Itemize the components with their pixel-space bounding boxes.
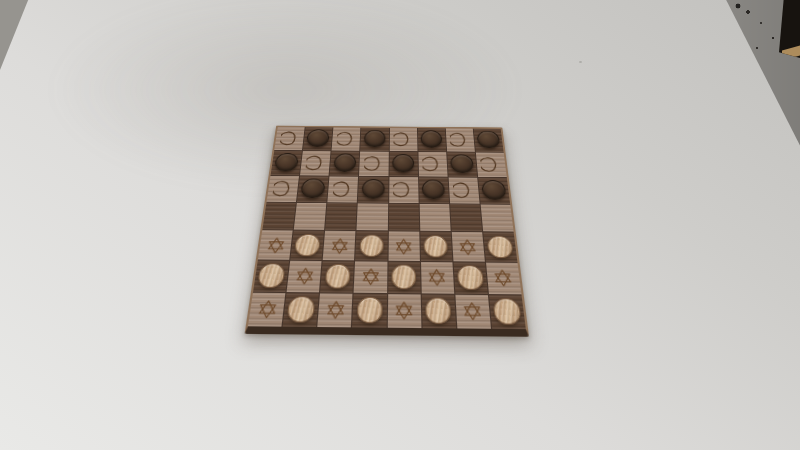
board-square-r5c3[interactable] [323, 231, 356, 261]
photo-scene [0, 0, 800, 450]
board-square-r2c5[interactable] [389, 152, 418, 177]
six-pointed-star-etching [392, 298, 416, 323]
crescent-moon-etching [480, 155, 502, 173]
board-square-r5c8[interactable] [483, 233, 517, 263]
board-square-r6c6[interactable] [421, 262, 454, 294]
floor-corner-left [0, 0, 32, 70]
crescent-moon-etching [393, 131, 412, 148]
board-square-r2c2[interactable] [300, 151, 331, 176]
six-pointed-star-etching [491, 267, 516, 290]
board-square-r7c5[interactable] [387, 294, 421, 328]
board-square-r4c5[interactable] [388, 203, 419, 231]
crescent-moon-etching [305, 154, 327, 172]
board-square-r1c5[interactable] [389, 128, 417, 151]
board-square-r5c4[interactable] [355, 231, 387, 261]
board-square-r6c8[interactable] [486, 263, 522, 295]
board-square-r4c3[interactable] [325, 203, 357, 231]
six-pointed-star-etching [328, 235, 351, 257]
board-grid [248, 127, 526, 329]
crescent-moon-etching [364, 154, 384, 172]
dark-checker-piece[interactable] [450, 154, 473, 173]
dark-checker-piece[interactable] [392, 154, 414, 173]
six-pointed-star-etching [323, 298, 348, 323]
crescent-moon-etching [450, 131, 471, 148]
crescent-moon-etching [393, 180, 414, 199]
checkers-board [245, 126, 530, 337]
dust-speck [579, 61, 582, 63]
crescent-moon-etching [422, 155, 443, 173]
board-square-r2c6[interactable] [418, 152, 447, 177]
dark-checker-piece[interactable] [301, 178, 326, 198]
dark-checker-piece[interactable] [306, 129, 329, 147]
dark-checker-piece[interactable] [422, 179, 445, 199]
dark-checker-piece[interactable] [362, 179, 385, 199]
board-square-r3c1[interactable] [267, 176, 300, 202]
board-square-r7c8[interactable] [489, 295, 526, 329]
board-square-r6c1[interactable] [253, 261, 289, 293]
crescent-moon-etching [272, 179, 295, 198]
board-square-r2c7[interactable] [447, 152, 477, 177]
light-checker-piece[interactable] [487, 235, 514, 257]
board-square-r2c1[interactable] [271, 151, 302, 175]
six-pointed-star-etching [263, 234, 288, 256]
board-square-r7c4[interactable] [352, 294, 386, 328]
light-checker-piece[interactable] [287, 296, 315, 322]
floor-corner-right [620, 0, 800, 150]
six-pointed-star-etching [425, 266, 448, 289]
board-square-r4c7[interactable] [450, 204, 482, 232]
board-square-r6c2[interactable] [287, 261, 322, 293]
light-checker-piece[interactable] [356, 297, 383, 323]
board-square-r3c2[interactable] [297, 176, 329, 202]
board-square-r3c3[interactable] [328, 176, 359, 202]
board-square-r3c4[interactable] [358, 176, 388, 202]
six-pointed-star-etching [460, 299, 485, 324]
board-square-r5c2[interactable] [290, 231, 324, 261]
light-checker-piece[interactable] [391, 265, 416, 289]
crescent-moon-etching [332, 179, 354, 198]
board-square-r7c7[interactable] [455, 295, 491, 329]
board-square-r1c8[interactable] [474, 129, 504, 152]
board-square-r5c1[interactable] [258, 231, 293, 261]
board-square-r3c6[interactable] [419, 177, 449, 203]
book-pages-edge [782, 45, 800, 60]
dark-checker-piece[interactable] [421, 130, 443, 148]
dark-checker-piece[interactable] [333, 153, 356, 172]
board-square-r5c6[interactable] [420, 232, 452, 262]
board-square-r7c3[interactable] [318, 294, 353, 328]
six-pointed-star-etching [456, 236, 479, 258]
board-square-r4c4[interactable] [357, 203, 388, 231]
board-square-r1c2[interactable] [303, 127, 333, 150]
light-checker-piece[interactable] [423, 235, 448, 257]
dark-checker-piece[interactable] [477, 131, 500, 149]
board-square-r4c2[interactable] [294, 202, 327, 230]
board-square-r1c6[interactable] [418, 128, 446, 151]
light-checker-piece[interactable] [324, 264, 350, 288]
board-square-r3c7[interactable] [448, 177, 479, 203]
crescent-moon-etching [453, 180, 475, 199]
board-square-r6c3[interactable] [320, 261, 354, 293]
board-square-r1c1[interactable] [274, 127, 304, 150]
light-checker-piece[interactable] [425, 298, 452, 324]
board-square-r3c8[interactable] [478, 177, 510, 203]
board-square-r1c3[interactable] [332, 127, 361, 150]
board-square-r7c6[interactable] [421, 295, 456, 329]
board-square-r5c5[interactable] [388, 232, 420, 262]
board-square-r6c5[interactable] [388, 262, 421, 294]
board-square-r5c7[interactable] [452, 232, 485, 262]
crescent-moon-etching [336, 130, 356, 147]
black-book [779, 0, 800, 58]
six-pointed-star-etching [393, 235, 415, 257]
board-square-r6c7[interactable] [453, 263, 487, 295]
crescent-moon-etching [279, 130, 300, 147]
dark-checker-piece[interactable] [481, 180, 506, 200]
board-square-r3c5[interactable] [389, 177, 419, 203]
light-checker-piece[interactable] [359, 234, 384, 256]
board-square-r4c6[interactable] [419, 204, 450, 232]
board-square-r2c8[interactable] [476, 152, 507, 177]
six-pointed-star-etching [359, 266, 382, 289]
board-square-r2c4[interactable] [359, 151, 388, 176]
dark-checker-piece[interactable] [274, 153, 298, 172]
light-checker-piece[interactable] [493, 298, 522, 324]
dark-checker-piece[interactable] [364, 130, 386, 148]
light-checker-piece[interactable] [457, 266, 484, 290]
board-square-r7c1[interactable] [248, 293, 286, 327]
board-square-r7c2[interactable] [283, 293, 319, 327]
six-pointed-star-etching [292, 265, 317, 288]
board-square-r1c4[interactable] [361, 128, 389, 151]
light-checker-piece[interactable] [257, 264, 285, 288]
six-pointed-star-etching [254, 297, 280, 322]
board-square-r6c4[interactable] [354, 262, 387, 294]
board-square-r1c7[interactable] [446, 128, 475, 151]
board-square-r4c8[interactable] [481, 204, 514, 232]
board-square-r4c1[interactable] [262, 202, 296, 230]
light-checker-piece[interactable] [294, 234, 320, 256]
board-square-r2c3[interactable] [330, 151, 360, 176]
